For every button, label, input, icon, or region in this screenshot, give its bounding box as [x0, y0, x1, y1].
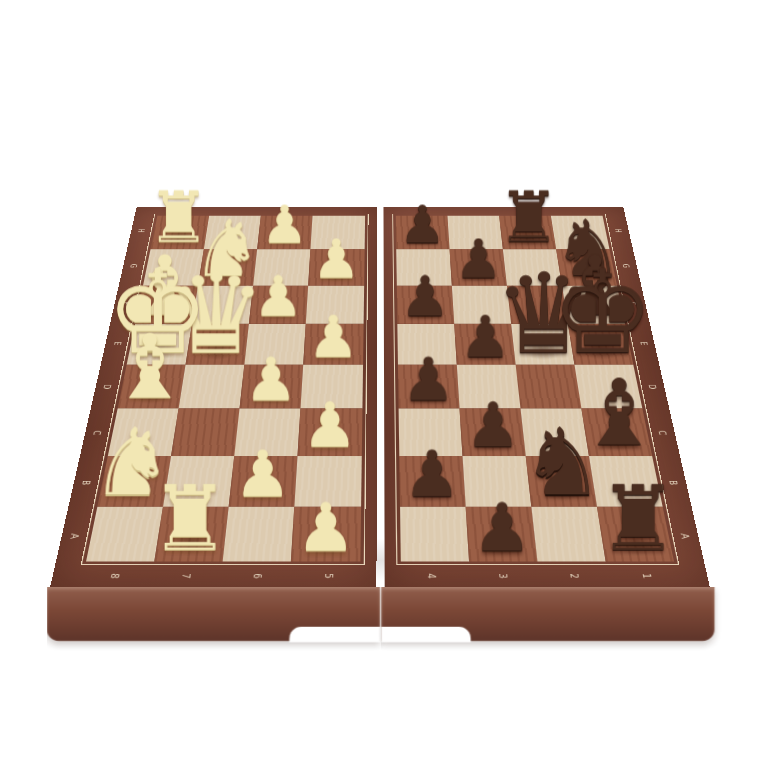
- coord-label-H: H: [137, 229, 147, 233]
- cream-pawn[interactable]: ♟: [296, 501, 356, 554]
- square-a6[interactable]: [223, 507, 295, 562]
- square-b2[interactable]: ♞: [525, 456, 596, 507]
- cream-rook[interactable]: ♜: [149, 483, 230, 555]
- brown-king[interactable]: ♚: [551, 267, 654, 359]
- coord-label-2: 2: [568, 573, 580, 578]
- right-squares-grid: ♟♜♟♞♟♝♟♛♚♟♟♝♟♞♟♜: [395, 216, 674, 562]
- rank-labels-left: 8765: [77, 567, 365, 584]
- square-b4[interactable]: ♟: [399, 456, 466, 507]
- square-a3[interactable]: ♟: [465, 507, 537, 562]
- board-left-half: ♜♟♞♟♝♟♚♛♟♝♟♟♞♟♜♟ HGFEDCBA 8765: [50, 207, 377, 587]
- cream-pawn[interactable]: ♟: [307, 313, 359, 359]
- coord-label-F: F: [121, 302, 131, 305]
- cream-pawn[interactable]: ♟: [312, 238, 360, 281]
- square-e5[interactable]: ♟: [304, 324, 364, 365]
- board-rim-right: [381, 587, 714, 641]
- brown-rook[interactable]: ♜: [598, 483, 679, 555]
- coord-label-A: A: [679, 534, 692, 539]
- coord-label-7: 7: [179, 573, 191, 578]
- square-a7[interactable]: ♜: [154, 507, 228, 562]
- square-c5[interactable]: ♟: [298, 409, 362, 456]
- product-photo-scene: ♜♟♞♟♝♟♚♛♟♝♟♟♞♟♜♟ HGFEDCBA 8765 ♟♜♟♞♟♝♟♛♚…: [0, 0, 760, 760]
- square-d6[interactable]: ♟: [240, 365, 304, 409]
- left-grid-border: ♜♟♞♟♝♟♚♛♟♝♟♟♞♟♜♟: [81, 214, 369, 565]
- brown-pawn[interactable]: ♟: [403, 449, 461, 500]
- brown-pawn[interactable]: ♟: [400, 274, 450, 319]
- brown-rook[interactable]: ♜: [497, 189, 560, 245]
- coord-label-H: H: [614, 229, 624, 233]
- coord-label-E: E: [638, 342, 649, 346]
- square-d2[interactable]: [515, 365, 581, 409]
- brown-knight[interactable]: ♞: [521, 426, 604, 500]
- coord-label-8: 8: [108, 573, 121, 578]
- coord-label-G: G: [621, 264, 631, 268]
- cream-pawn[interactable]: ♟: [261, 203, 308, 245]
- coord-label-5: 5: [323, 573, 335, 578]
- cream-pawn[interactable]: ♟: [244, 355, 297, 403]
- cream-pawn[interactable]: ♟: [302, 400, 357, 449]
- coord-label-G: G: [129, 264, 139, 268]
- square-a2[interactable]: [531, 507, 605, 562]
- perspective-stage: ♜♟♞♟♝♟♚♛♟♝♟♟♞♟♜♟ HGFEDCBA 8765 ♟♜♟♞♟♝♟♛♚…: [0, 0, 760, 760]
- square-c7[interactable]: [171, 409, 240, 456]
- coord-label-4: 4: [426, 573, 438, 578]
- right-grid-border: ♟♜♟♞♟♝♟♛♚♟♟♝♟♞♟♜: [392, 214, 680, 565]
- chess-board: ♜♟♞♟♝♟♚♛♟♝♟♟♞♟♜♟ HGFEDCBA 8765 ♟♜♟♞♟♝♟♛♚…: [50, 207, 710, 587]
- board-rim-left: [47, 587, 380, 641]
- square-h4[interactable]: ♟: [395, 216, 449, 250]
- coord-label-1: 1: [639, 573, 652, 578]
- square-a4[interactable]: [399, 507, 468, 562]
- rank-labels-right: 4321: [396, 567, 684, 584]
- square-f4[interactable]: ♟: [396, 285, 454, 323]
- square-e3[interactable]: ♟: [454, 324, 516, 365]
- square-d4[interactable]: ♟: [397, 365, 459, 409]
- brown-pawn[interactable]: ♟: [472, 501, 532, 554]
- square-g5[interactable]: ♟: [309, 249, 365, 285]
- coord-label-3: 3: [497, 573, 509, 578]
- brown-pawn[interactable]: ♟: [402, 355, 455, 403]
- square-b6[interactable]: ♟: [229, 456, 298, 507]
- square-h2[interactable]: ♜: [499, 216, 556, 250]
- coord-label-6: 6: [251, 573, 263, 578]
- square-a1[interactable]: ♜: [597, 507, 674, 562]
- coord-label-F: F: [629, 302, 639, 305]
- board-right-half: ♟♜♟♞♟♝♟♛♚♟♟♝♟♞♟♜ HGFEDCBA 4321: [383, 207, 710, 587]
- cream-pawn[interactable]: ♟: [234, 449, 292, 500]
- brown-pawn[interactable]: ♟: [460, 313, 512, 359]
- brown-pawn[interactable]: ♟: [399, 203, 446, 245]
- brown-pawn[interactable]: ♟: [466, 400, 521, 449]
- square-a5[interactable]: ♟: [291, 507, 360, 562]
- square-c3[interactable]: ♟: [459, 409, 525, 456]
- square-d8[interactable]: ♝: [118, 365, 186, 409]
- cream-bishop[interactable]: ♝: [110, 332, 189, 403]
- coord-label-A: A: [68, 534, 81, 539]
- square-h6[interactable]: ♟: [257, 216, 313, 250]
